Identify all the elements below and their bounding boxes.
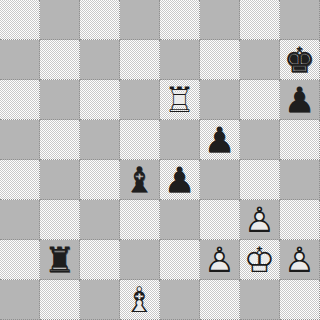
square-a2[interactable] — [0, 240, 40, 280]
piece-white-king[interactable]: ♚♔ — [240, 240, 279, 280]
square-d4[interactable]: ♝ — [120, 160, 160, 200]
square-h3[interactable] — [280, 200, 320, 240]
piece-outline: ♙ — [280, 240, 319, 280]
square-e6[interactable]: ♜♖ — [160, 80, 200, 120]
square-a1[interactable] — [0, 280, 40, 320]
square-h5[interactable] — [280, 120, 320, 160]
piece-outline: ♙ — [200, 240, 239, 280]
square-h7[interactable]: ♚ — [280, 40, 320, 80]
square-d2[interactable] — [120, 240, 160, 280]
square-d7[interactable] — [120, 40, 160, 80]
square-b7[interactable] — [40, 40, 80, 80]
square-f1[interactable] — [200, 280, 240, 320]
piece-outline: ♗ — [120, 280, 159, 320]
square-a8[interactable] — [0, 0, 40, 40]
square-h8[interactable] — [280, 0, 320, 40]
square-h4[interactable] — [280, 160, 320, 200]
square-e4[interactable]: ♟ — [160, 160, 200, 200]
square-b1[interactable] — [40, 280, 80, 320]
square-e5[interactable] — [160, 120, 200, 160]
piece-black-pawn[interactable]: ♟ — [200, 120, 239, 160]
square-g2[interactable]: ♚♔ — [240, 240, 280, 280]
square-e7[interactable] — [160, 40, 200, 80]
square-c5[interactable] — [80, 120, 120, 160]
piece-black-pawn[interactable]: ♟ — [280, 80, 319, 120]
square-e8[interactable] — [160, 0, 200, 40]
square-c6[interactable] — [80, 80, 120, 120]
square-a5[interactable] — [0, 120, 40, 160]
piece-outline: ♖ — [160, 80, 199, 120]
square-g1[interactable] — [240, 280, 280, 320]
piece-outline: ♔ — [240, 240, 279, 280]
piece-glyph: ♟ — [160, 160, 199, 200]
square-f8[interactable] — [200, 0, 240, 40]
square-g8[interactable] — [240, 0, 280, 40]
square-b2[interactable]: ♜ — [40, 240, 80, 280]
square-d5[interactable] — [120, 120, 160, 160]
square-f2[interactable]: ♟♙ — [200, 240, 240, 280]
square-b5[interactable] — [40, 120, 80, 160]
piece-white-pawn[interactable]: ♟♙ — [200, 240, 239, 280]
square-a7[interactable] — [0, 40, 40, 80]
piece-black-rook[interactable]: ♜ — [40, 240, 79, 280]
square-e2[interactable] — [160, 240, 200, 280]
piece-white-pawn[interactable]: ♟♙ — [240, 200, 279, 240]
square-d3[interactable] — [120, 200, 160, 240]
square-d1[interactable]: ♝♗ — [120, 280, 160, 320]
square-e3[interactable] — [160, 200, 200, 240]
square-c1[interactable] — [80, 280, 120, 320]
piece-black-pawn[interactable]: ♟ — [160, 160, 199, 200]
piece-glyph: ♜ — [40, 240, 79, 280]
square-a6[interactable] — [0, 80, 40, 120]
square-f5[interactable]: ♟ — [200, 120, 240, 160]
square-b3[interactable] — [40, 200, 80, 240]
square-c7[interactable] — [80, 40, 120, 80]
piece-glyph: ♟ — [280, 80, 319, 120]
square-f7[interactable] — [200, 40, 240, 80]
square-f6[interactable] — [200, 80, 240, 120]
square-g6[interactable] — [240, 80, 280, 120]
piece-white-bishop[interactable]: ♝♗ — [120, 280, 159, 320]
square-d8[interactable] — [120, 0, 160, 40]
square-c8[interactable] — [80, 0, 120, 40]
square-a3[interactable] — [0, 200, 40, 240]
square-b4[interactable] — [40, 160, 80, 200]
square-b8[interactable] — [40, 0, 80, 40]
square-b6[interactable] — [40, 80, 80, 120]
piece-outline: ♙ — [240, 200, 279, 240]
square-a4[interactable] — [0, 160, 40, 200]
piece-white-rook[interactable]: ♜♖ — [160, 80, 199, 120]
square-c3[interactable] — [80, 200, 120, 240]
square-h6[interactable]: ♟ — [280, 80, 320, 120]
square-c2[interactable] — [80, 240, 120, 280]
square-f3[interactable] — [200, 200, 240, 240]
piece-glyph: ♟ — [200, 120, 239, 160]
square-h2[interactable]: ♟♙ — [280, 240, 320, 280]
piece-white-pawn[interactable]: ♟♙ — [280, 240, 319, 280]
chess-board: ♚♜♖♟♟♝♟♟♙♜♟♙♚♔♟♙♝♗ — [0, 0, 320, 320]
piece-glyph: ♝ — [120, 160, 159, 200]
square-g7[interactable] — [240, 40, 280, 80]
square-g4[interactable] — [240, 160, 280, 200]
square-g5[interactable] — [240, 120, 280, 160]
square-f4[interactable] — [200, 160, 240, 200]
square-h1[interactable] — [280, 280, 320, 320]
piece-black-bishop[interactable]: ♝ — [120, 160, 159, 200]
piece-glyph: ♚ — [280, 40, 319, 80]
square-c4[interactable] — [80, 160, 120, 200]
square-g3[interactable]: ♟♙ — [240, 200, 280, 240]
square-d6[interactable] — [120, 80, 160, 120]
piece-black-king[interactable]: ♚ — [280, 40, 319, 80]
square-e1[interactable] — [160, 280, 200, 320]
